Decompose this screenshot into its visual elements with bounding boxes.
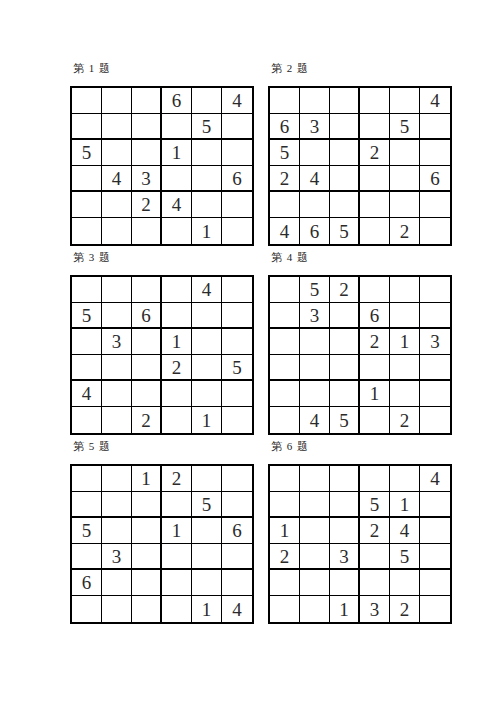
cell-r6c6 bbox=[222, 407, 252, 433]
cell-r4c5 bbox=[390, 166, 420, 192]
cell-r3c1: 1 bbox=[270, 518, 300, 544]
cell-r5c5 bbox=[192, 192, 222, 218]
cell-r6c3: 5 bbox=[330, 407, 360, 433]
cell-r4c3 bbox=[330, 166, 360, 192]
cell-r2c6 bbox=[420, 303, 450, 329]
cell-r2c4: 6 bbox=[360, 303, 390, 329]
cell-r2c1: 6 bbox=[270, 114, 300, 140]
cell-r1c2 bbox=[300, 88, 330, 114]
cell-r6c6 bbox=[222, 218, 252, 244]
cell-r1c6: 4 bbox=[420, 88, 450, 114]
cell-r2c6 bbox=[222, 492, 252, 518]
cell-r5c5 bbox=[390, 570, 420, 596]
cell-r4c3 bbox=[330, 355, 360, 381]
cell-r1c5 bbox=[390, 466, 420, 492]
cell-r1c4: 2 bbox=[162, 466, 192, 492]
cell-r4c4 bbox=[360, 544, 390, 570]
cell-r1c3: 1 bbox=[132, 466, 162, 492]
cell-r2c3 bbox=[330, 492, 360, 518]
cell-r1c1 bbox=[72, 88, 102, 114]
cell-r4c2 bbox=[300, 544, 330, 570]
cell-r1c2 bbox=[102, 466, 132, 492]
puzzle-1: 第 1 题 64551436241 bbox=[70, 61, 254, 246]
puzzle-1-grid: 64551436241 bbox=[70, 86, 254, 246]
cell-r1c5 bbox=[390, 277, 420, 303]
cell-r5c2 bbox=[102, 381, 132, 407]
cell-r2c1: 5 bbox=[72, 303, 102, 329]
cell-r5c2 bbox=[300, 381, 330, 407]
cell-r6c1 bbox=[72, 218, 102, 244]
cell-r1c5 bbox=[192, 466, 222, 492]
cell-r2c1 bbox=[270, 492, 300, 518]
cell-r3c2: 3 bbox=[102, 329, 132, 355]
cell-r3c4: 2 bbox=[360, 329, 390, 355]
cell-r1c5 bbox=[390, 88, 420, 114]
puzzle-6-title: 第 6 题 bbox=[271, 439, 452, 454]
cell-r3c2 bbox=[300, 140, 330, 166]
cell-r5c2 bbox=[102, 570, 132, 596]
cell-r2c5 bbox=[192, 303, 222, 329]
cell-r3c5 bbox=[192, 140, 222, 166]
cell-r3c2 bbox=[300, 518, 330, 544]
cell-r2c3: 6 bbox=[132, 303, 162, 329]
cell-r2c2 bbox=[300, 492, 330, 518]
puzzle-4-title: 第 4 题 bbox=[271, 250, 452, 265]
cell-r6c4 bbox=[360, 218, 390, 244]
cell-r4c2 bbox=[102, 355, 132, 381]
cell-r5c3 bbox=[132, 381, 162, 407]
cell-r6c5: 2 bbox=[390, 218, 420, 244]
cell-r3c4: 1 bbox=[162, 140, 192, 166]
cell-r2c2 bbox=[102, 492, 132, 518]
cell-r5c6 bbox=[420, 381, 450, 407]
cell-r3c4: 2 bbox=[360, 140, 390, 166]
cell-r2c5 bbox=[390, 303, 420, 329]
cell-r4c3 bbox=[132, 355, 162, 381]
cell-r1c3 bbox=[132, 277, 162, 303]
cell-r5c6 bbox=[222, 381, 252, 407]
cell-r3c1 bbox=[270, 329, 300, 355]
cell-r6c3 bbox=[132, 596, 162, 622]
cell-r1c4: 6 bbox=[162, 88, 192, 114]
cell-r4c6 bbox=[420, 544, 450, 570]
cell-r4c5 bbox=[192, 544, 222, 570]
puzzle-2: 第 2 题 4635522464652 bbox=[268, 61, 452, 246]
cell-r5c5 bbox=[390, 192, 420, 218]
puzzle-5-title: 第 5 题 bbox=[73, 439, 254, 454]
cell-r4c1 bbox=[72, 544, 102, 570]
cell-r3c2 bbox=[102, 518, 132, 544]
puzzle-5-grid: 1255163614 bbox=[70, 464, 254, 624]
cell-r2c3 bbox=[330, 303, 360, 329]
cell-r3c5: 1 bbox=[390, 329, 420, 355]
cell-r1c2 bbox=[102, 88, 132, 114]
cell-r2c1 bbox=[72, 492, 102, 518]
cell-r5c5 bbox=[192, 381, 222, 407]
cell-r6c5: 2 bbox=[390, 407, 420, 433]
cell-r1c4 bbox=[360, 277, 390, 303]
cell-r3c6 bbox=[420, 140, 450, 166]
sudoku-worksheet-page: 第 1 题 64551436241 第 2 题 4635522464652 第 … bbox=[0, 0, 496, 702]
cell-r2c4 bbox=[162, 114, 192, 140]
cell-r2c1 bbox=[270, 303, 300, 329]
cell-r2c5: 5 bbox=[192, 492, 222, 518]
puzzle-3: 第 3 题 4563125421 bbox=[70, 250, 254, 435]
cell-r4c6: 6 bbox=[222, 166, 252, 192]
cell-r1c4 bbox=[162, 277, 192, 303]
cell-r6c4 bbox=[360, 407, 390, 433]
cell-r6c6 bbox=[420, 596, 450, 622]
cell-r1c2: 5 bbox=[300, 277, 330, 303]
cell-r1c6 bbox=[222, 466, 252, 492]
cell-r6c1 bbox=[270, 596, 300, 622]
cell-r6c2: 4 bbox=[300, 407, 330, 433]
cell-r2c2: 3 bbox=[300, 303, 330, 329]
cell-r4c6 bbox=[222, 544, 252, 570]
cell-r1c4 bbox=[360, 466, 390, 492]
cell-r2c3 bbox=[132, 114, 162, 140]
cell-r4c4 bbox=[162, 166, 192, 192]
cell-r5c1: 6 bbox=[72, 570, 102, 596]
cell-r2c6 bbox=[222, 303, 252, 329]
cell-r4c5 bbox=[390, 355, 420, 381]
cell-r4c4 bbox=[162, 544, 192, 570]
cell-r4c3 bbox=[132, 544, 162, 570]
puzzle-1-title: 第 1 题 bbox=[73, 61, 254, 76]
puzzle-5: 第 5 题 1255163614 bbox=[70, 439, 254, 624]
cell-r2c2: 3 bbox=[300, 114, 330, 140]
cell-r6c2: 6 bbox=[300, 218, 330, 244]
puzzle-2-title: 第 2 题 bbox=[271, 61, 452, 76]
cell-r2c3 bbox=[330, 114, 360, 140]
cell-r5c4: 4 bbox=[162, 192, 192, 218]
cell-r1c3 bbox=[132, 88, 162, 114]
cell-r5c3 bbox=[330, 381, 360, 407]
cell-r1c4 bbox=[360, 88, 390, 114]
cell-r5c3: 2 bbox=[132, 192, 162, 218]
cell-r4c4: 2 bbox=[162, 355, 192, 381]
cell-r2c4 bbox=[360, 114, 390, 140]
cell-r3c3 bbox=[132, 518, 162, 544]
cell-r3c6: 6 bbox=[222, 518, 252, 544]
cell-r6c1: 4 bbox=[270, 218, 300, 244]
cell-r5c3 bbox=[330, 192, 360, 218]
cell-r6c2 bbox=[102, 596, 132, 622]
cell-r1c2 bbox=[102, 277, 132, 303]
cell-r6c4: 3 bbox=[360, 596, 390, 622]
puzzle-4-grid: 52362131452 bbox=[268, 275, 452, 435]
cell-r3c1 bbox=[72, 329, 102, 355]
cell-r5c2 bbox=[102, 192, 132, 218]
cell-r1c1 bbox=[72, 277, 102, 303]
cell-r5c3 bbox=[132, 570, 162, 596]
cell-r6c6: 4 bbox=[222, 596, 252, 622]
cell-r4c1: 2 bbox=[270, 166, 300, 192]
cell-r2c6 bbox=[420, 114, 450, 140]
cell-r3c6 bbox=[222, 329, 252, 355]
cell-r4c6: 5 bbox=[222, 355, 252, 381]
cell-r3c6 bbox=[222, 140, 252, 166]
cell-r3c6 bbox=[420, 518, 450, 544]
cell-r3c1: 5 bbox=[72, 140, 102, 166]
cell-r3c3 bbox=[132, 140, 162, 166]
cell-r4c3: 3 bbox=[330, 544, 360, 570]
cell-r5c4 bbox=[360, 570, 390, 596]
cell-r3c3 bbox=[132, 329, 162, 355]
cell-r6c1 bbox=[72, 596, 102, 622]
puzzle-6-grid: 451124235132 bbox=[268, 464, 452, 624]
puzzle-4: 第 4 题 52362131452 bbox=[268, 250, 452, 435]
cell-r5c6 bbox=[222, 192, 252, 218]
cell-r4c5 bbox=[192, 355, 222, 381]
cell-r5c4: 1 bbox=[360, 381, 390, 407]
cell-r2c5: 5 bbox=[390, 114, 420, 140]
cell-r1c1 bbox=[270, 466, 300, 492]
cell-r3c2 bbox=[102, 140, 132, 166]
cell-r6c2 bbox=[102, 218, 132, 244]
cell-r2c3 bbox=[132, 492, 162, 518]
cell-r3c1: 5 bbox=[72, 518, 102, 544]
cell-r1c1 bbox=[270, 88, 300, 114]
cell-r5c1 bbox=[270, 381, 300, 407]
cell-r3c4: 2 bbox=[360, 518, 390, 544]
cell-r6c1 bbox=[270, 407, 300, 433]
cell-r4c2: 4 bbox=[300, 166, 330, 192]
cell-r4c2 bbox=[300, 355, 330, 381]
cell-r4c6: 6 bbox=[420, 166, 450, 192]
cell-r6c3 bbox=[132, 218, 162, 244]
cell-r2c5: 5 bbox=[192, 114, 222, 140]
puzzle-2-grid: 4635522464652 bbox=[268, 86, 452, 246]
puzzle-3-grid: 4563125421 bbox=[70, 275, 254, 435]
cell-r1c3: 2 bbox=[330, 277, 360, 303]
cell-r5c2 bbox=[300, 192, 330, 218]
cell-r3c5 bbox=[390, 140, 420, 166]
cell-r5c4 bbox=[360, 192, 390, 218]
cell-r6c5: 1 bbox=[192, 596, 222, 622]
cell-r5c1: 4 bbox=[72, 381, 102, 407]
cell-r2c2 bbox=[102, 114, 132, 140]
cell-r3c4: 1 bbox=[162, 518, 192, 544]
cell-r1c1 bbox=[72, 466, 102, 492]
cell-r4c5: 5 bbox=[390, 544, 420, 570]
cell-r1c6: 4 bbox=[222, 88, 252, 114]
cell-r6c3: 5 bbox=[330, 218, 360, 244]
cell-r6c4 bbox=[162, 407, 192, 433]
puzzle-3-title: 第 3 题 bbox=[73, 250, 254, 265]
cell-r6c4 bbox=[162, 218, 192, 244]
cell-r6c2 bbox=[102, 407, 132, 433]
cell-r6c3: 2 bbox=[132, 407, 162, 433]
cell-r5c3 bbox=[330, 570, 360, 596]
cell-r3c4: 1 bbox=[162, 329, 192, 355]
cell-r2c2 bbox=[102, 303, 132, 329]
cell-r1c6 bbox=[420, 277, 450, 303]
cell-r6c5: 1 bbox=[192, 218, 222, 244]
cell-r4c4 bbox=[360, 166, 390, 192]
cell-r2c6 bbox=[420, 492, 450, 518]
cell-r4c4 bbox=[360, 355, 390, 381]
puzzle-6: 第 6 题 451124235132 bbox=[268, 439, 452, 624]
cell-r3c5: 4 bbox=[390, 518, 420, 544]
cell-r5c5 bbox=[192, 570, 222, 596]
cell-r2c5: 1 bbox=[390, 492, 420, 518]
cell-r1c2 bbox=[300, 466, 330, 492]
cell-r6c4 bbox=[162, 596, 192, 622]
cell-r6c6 bbox=[420, 218, 450, 244]
cell-r1c6: 4 bbox=[420, 466, 450, 492]
cell-r3c3 bbox=[330, 140, 360, 166]
cell-r3c2 bbox=[300, 329, 330, 355]
cell-r3c1: 5 bbox=[270, 140, 300, 166]
cell-r2c4 bbox=[162, 492, 192, 518]
cell-r5c4 bbox=[162, 381, 192, 407]
cell-r4c2: 4 bbox=[102, 166, 132, 192]
cell-r5c1 bbox=[270, 192, 300, 218]
cell-r5c6 bbox=[420, 570, 450, 596]
cell-r5c6 bbox=[222, 570, 252, 596]
cell-r4c6 bbox=[420, 355, 450, 381]
cell-r1c3 bbox=[330, 466, 360, 492]
cell-r6c1 bbox=[72, 407, 102, 433]
cell-r6c6 bbox=[420, 407, 450, 433]
cell-r5c4 bbox=[162, 570, 192, 596]
cell-r1c6 bbox=[222, 277, 252, 303]
cell-r1c5: 4 bbox=[192, 277, 222, 303]
cell-r4c1 bbox=[270, 355, 300, 381]
cell-r2c4 bbox=[162, 303, 192, 329]
cell-r6c5: 1 bbox=[192, 407, 222, 433]
cell-r1c5 bbox=[192, 88, 222, 114]
cell-r2c1 bbox=[72, 114, 102, 140]
cell-r3c3 bbox=[330, 518, 360, 544]
cell-r4c2: 3 bbox=[102, 544, 132, 570]
cell-r1c3 bbox=[330, 88, 360, 114]
cell-r3c5 bbox=[192, 329, 222, 355]
cell-r4c1 bbox=[72, 166, 102, 192]
cell-r6c2 bbox=[300, 596, 330, 622]
cell-r6c3: 1 bbox=[330, 596, 360, 622]
cell-r5c6 bbox=[420, 192, 450, 218]
cell-r4c3: 3 bbox=[132, 166, 162, 192]
cell-r1c1 bbox=[270, 277, 300, 303]
cell-r3c3 bbox=[330, 329, 360, 355]
cell-r4c1 bbox=[72, 355, 102, 381]
cell-r3c5 bbox=[192, 518, 222, 544]
cell-r5c2 bbox=[300, 570, 330, 596]
cell-r5c1 bbox=[72, 192, 102, 218]
cell-r5c1 bbox=[270, 570, 300, 596]
cell-r4c1: 2 bbox=[270, 544, 300, 570]
cell-r3c6: 3 bbox=[420, 329, 450, 355]
cell-r4c5 bbox=[192, 166, 222, 192]
cell-r2c6 bbox=[222, 114, 252, 140]
cell-r6c5: 2 bbox=[390, 596, 420, 622]
cell-r5c5 bbox=[390, 381, 420, 407]
cell-r2c4: 5 bbox=[360, 492, 390, 518]
